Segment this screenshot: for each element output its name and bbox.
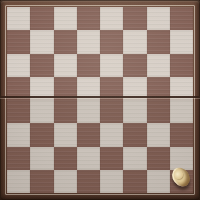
square-e1[interactable] <box>100 170 123 193</box>
square-a5[interactable] <box>7 77 30 100</box>
square-f3[interactable] <box>123 123 146 146</box>
square-d1[interactable] <box>77 170 100 193</box>
square-e3[interactable] <box>100 123 123 146</box>
square-c1[interactable] <box>54 170 77 193</box>
square-d4[interactable] <box>77 100 100 123</box>
square-h7[interactable] <box>170 30 193 53</box>
square-f7[interactable] <box>123 30 146 53</box>
square-c2[interactable] <box>54 147 77 170</box>
square-g6[interactable] <box>147 54 170 77</box>
square-g4[interactable] <box>147 100 170 123</box>
square-a7[interactable] <box>7 30 30 53</box>
square-e4[interactable] <box>100 100 123 123</box>
square-b2[interactable] <box>30 147 53 170</box>
square-b8[interactable] <box>30 7 53 30</box>
square-h6[interactable] <box>170 54 193 77</box>
square-h8[interactable] <box>170 7 193 30</box>
square-e2[interactable] <box>100 147 123 170</box>
square-a8[interactable] <box>7 7 30 30</box>
square-d2[interactable] <box>77 147 100 170</box>
square-d6[interactable] <box>77 54 100 77</box>
square-b5[interactable] <box>30 77 53 100</box>
square-a2[interactable] <box>7 147 30 170</box>
square-g2[interactable] <box>147 147 170 170</box>
square-f5[interactable] <box>123 77 146 100</box>
square-b4[interactable] <box>30 100 53 123</box>
square-h2[interactable] <box>170 147 193 170</box>
square-d5[interactable] <box>77 77 100 100</box>
square-a3[interactable] <box>7 123 30 146</box>
square-h4[interactable] <box>170 100 193 123</box>
square-g7[interactable] <box>147 30 170 53</box>
square-h3[interactable] <box>170 123 193 146</box>
square-g5[interactable] <box>147 77 170 100</box>
square-c7[interactable] <box>54 30 77 53</box>
square-h5[interactable] <box>170 77 193 100</box>
square-f2[interactable] <box>123 147 146 170</box>
square-c6[interactable] <box>54 54 77 77</box>
square-d3[interactable] <box>77 123 100 146</box>
square-b1[interactable] <box>30 170 53 193</box>
chessboard <box>0 0 200 200</box>
square-g1[interactable] <box>147 170 170 193</box>
square-b3[interactable] <box>30 123 53 146</box>
board-field <box>7 7 193 193</box>
board-photo <box>0 0 200 200</box>
square-a6[interactable] <box>7 54 30 77</box>
square-f6[interactable] <box>123 54 146 77</box>
square-b7[interactable] <box>30 30 53 53</box>
square-f4[interactable] <box>123 100 146 123</box>
square-a1[interactable] <box>7 170 30 193</box>
square-e7[interactable] <box>100 30 123 53</box>
square-e5[interactable] <box>100 77 123 100</box>
square-d8[interactable] <box>77 7 100 30</box>
square-e6[interactable] <box>100 54 123 77</box>
square-c4[interactable] <box>54 100 77 123</box>
pawn-head-highlight <box>172 168 185 181</box>
square-f1[interactable] <box>123 170 146 193</box>
square-d7[interactable] <box>77 30 100 53</box>
square-c3[interactable] <box>54 123 77 146</box>
square-f8[interactable] <box>123 7 146 30</box>
square-c8[interactable] <box>54 7 77 30</box>
square-a4[interactable] <box>7 100 30 123</box>
square-c5[interactable] <box>54 77 77 100</box>
square-e8[interactable] <box>100 7 123 30</box>
square-g8[interactable] <box>147 7 170 30</box>
square-b6[interactable] <box>30 54 53 77</box>
square-g3[interactable] <box>147 123 170 146</box>
